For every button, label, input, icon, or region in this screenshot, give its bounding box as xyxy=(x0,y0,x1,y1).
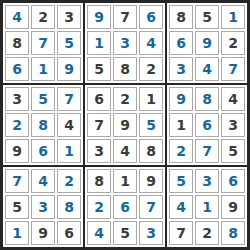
cell-r7c7[interactable]: 5 xyxy=(169,169,193,193)
cell-r9c8[interactable]: 2 xyxy=(195,221,219,245)
cell-r6c6[interactable]: 8 xyxy=(139,139,163,163)
cell-r4c1[interactable]: 3 xyxy=(5,87,29,111)
cell-r3c6[interactable]: 2 xyxy=(139,57,163,81)
cell-r3c1[interactable]: 6 xyxy=(5,57,29,81)
cell-r1c4[interactable]: 9 xyxy=(87,5,111,29)
cell-r8c1[interactable]: 5 xyxy=(5,195,29,219)
cell-r5c8[interactable]: 6 xyxy=(195,113,219,137)
cell-r1c3[interactable]: 3 xyxy=(57,5,81,29)
cell-r2c2[interactable]: 7 xyxy=(31,31,55,55)
cell-r7c4[interactable]: 8 xyxy=(87,169,111,193)
cell-r9c3[interactable]: 6 xyxy=(57,221,81,245)
cell-r4c4[interactable]: 6 xyxy=(87,87,111,111)
cell-r6c8[interactable]: 7 xyxy=(195,139,219,163)
box-2: 976134582 xyxy=(84,2,166,84)
cell-r7c9[interactable]: 6 xyxy=(221,169,245,193)
cell-r3c4[interactable]: 5 xyxy=(87,57,111,81)
cell-r9c1[interactable]: 1 xyxy=(5,221,29,245)
cell-r2c5[interactable]: 3 xyxy=(113,31,137,55)
cell-r9c5[interactable]: 5 xyxy=(113,221,137,245)
box-9: 536419728 xyxy=(166,166,248,248)
cell-r7c5[interactable]: 1 xyxy=(113,169,137,193)
cell-r7c3[interactable]: 2 xyxy=(57,169,81,193)
cell-r5c5[interactable]: 9 xyxy=(113,113,137,137)
cell-r1c5[interactable]: 7 xyxy=(113,5,137,29)
cell-r3c2[interactable]: 1 xyxy=(31,57,55,81)
box-6: 984163275 xyxy=(166,84,248,166)
cell-r3c3[interactable]: 9 xyxy=(57,57,81,81)
cell-r9c7[interactable]: 7 xyxy=(169,221,193,245)
cell-r4c6[interactable]: 1 xyxy=(139,87,163,111)
cell-r2c6[interactable]: 4 xyxy=(139,31,163,55)
cell-r9c6[interactable]: 3 xyxy=(139,221,163,245)
cell-r8c9[interactable]: 9 xyxy=(221,195,245,219)
cell-r8c7[interactable]: 4 xyxy=(169,195,193,219)
cell-r4c5[interactable]: 2 xyxy=(113,87,137,111)
cell-r8c8[interactable]: 1 xyxy=(195,195,219,219)
cell-r9c9[interactable]: 8 xyxy=(221,221,245,245)
sudoku-board: 4238756199761345828516923473572849616217… xyxy=(0,0,250,250)
cell-r1c7[interactable]: 8 xyxy=(169,5,193,29)
cell-r8c4[interactable]: 2 xyxy=(87,195,111,219)
cell-r3c7[interactable]: 3 xyxy=(169,57,193,81)
box-4: 357284961 xyxy=(2,84,84,166)
cell-r6c5[interactable]: 4 xyxy=(113,139,137,163)
cell-r8c2[interactable]: 3 xyxy=(31,195,55,219)
box-1: 423875619 xyxy=(2,2,84,84)
cell-r6c2[interactable]: 6 xyxy=(31,139,55,163)
cell-r9c2[interactable]: 9 xyxy=(31,221,55,245)
cell-r2c9[interactable]: 2 xyxy=(221,31,245,55)
cell-r2c1[interactable]: 8 xyxy=(5,31,29,55)
cell-r7c2[interactable]: 4 xyxy=(31,169,55,193)
cell-r6c9[interactable]: 5 xyxy=(221,139,245,163)
cell-r7c8[interactable]: 3 xyxy=(195,169,219,193)
cell-r4c3[interactable]: 7 xyxy=(57,87,81,111)
cell-r2c7[interactable]: 6 xyxy=(169,31,193,55)
cell-r5c1[interactable]: 2 xyxy=(5,113,29,137)
cell-r3c9[interactable]: 7 xyxy=(221,57,245,81)
cell-r6c7[interactable]: 2 xyxy=(169,139,193,163)
box-7: 742538196 xyxy=(2,166,84,248)
cell-r2c8[interactable]: 9 xyxy=(195,31,219,55)
cell-r4c7[interactable]: 9 xyxy=(169,87,193,111)
box-8: 819267453 xyxy=(84,166,166,248)
cell-r1c9[interactable]: 1 xyxy=(221,5,245,29)
cell-r5c9[interactable]: 3 xyxy=(221,113,245,137)
cell-r1c2[interactable]: 2 xyxy=(31,5,55,29)
cell-r1c1[interactable]: 4 xyxy=(5,5,29,29)
cell-r1c8[interactable]: 5 xyxy=(195,5,219,29)
cell-r2c3[interactable]: 5 xyxy=(57,31,81,55)
box-5: 621795348 xyxy=(84,84,166,166)
cell-r8c3[interactable]: 8 xyxy=(57,195,81,219)
cell-r3c8[interactable]: 4 xyxy=(195,57,219,81)
cell-r4c8[interactable]: 8 xyxy=(195,87,219,111)
cell-r9c4[interactable]: 4 xyxy=(87,221,111,245)
cell-r6c4[interactable]: 3 xyxy=(87,139,111,163)
cell-r3c5[interactable]: 8 xyxy=(113,57,137,81)
cell-r4c9[interactable]: 4 xyxy=(221,87,245,111)
cell-r5c4[interactable]: 7 xyxy=(87,113,111,137)
cell-r7c6[interactable]: 9 xyxy=(139,169,163,193)
cell-r8c5[interactable]: 6 xyxy=(113,195,137,219)
cell-r8c6[interactable]: 7 xyxy=(139,195,163,219)
cell-r5c6[interactable]: 5 xyxy=(139,113,163,137)
cell-r5c3[interactable]: 4 xyxy=(57,113,81,137)
cell-r5c7[interactable]: 1 xyxy=(169,113,193,137)
cell-r6c3[interactable]: 1 xyxy=(57,139,81,163)
box-3: 851692347 xyxy=(166,2,248,84)
cell-r6c1[interactable]: 9 xyxy=(5,139,29,163)
cell-r2c4[interactable]: 1 xyxy=(87,31,111,55)
cell-r7c1[interactable]: 7 xyxy=(5,169,29,193)
cell-r1c6[interactable]: 6 xyxy=(139,5,163,29)
cell-r4c2[interactable]: 5 xyxy=(31,87,55,111)
cell-r5c2[interactable]: 8 xyxy=(31,113,55,137)
